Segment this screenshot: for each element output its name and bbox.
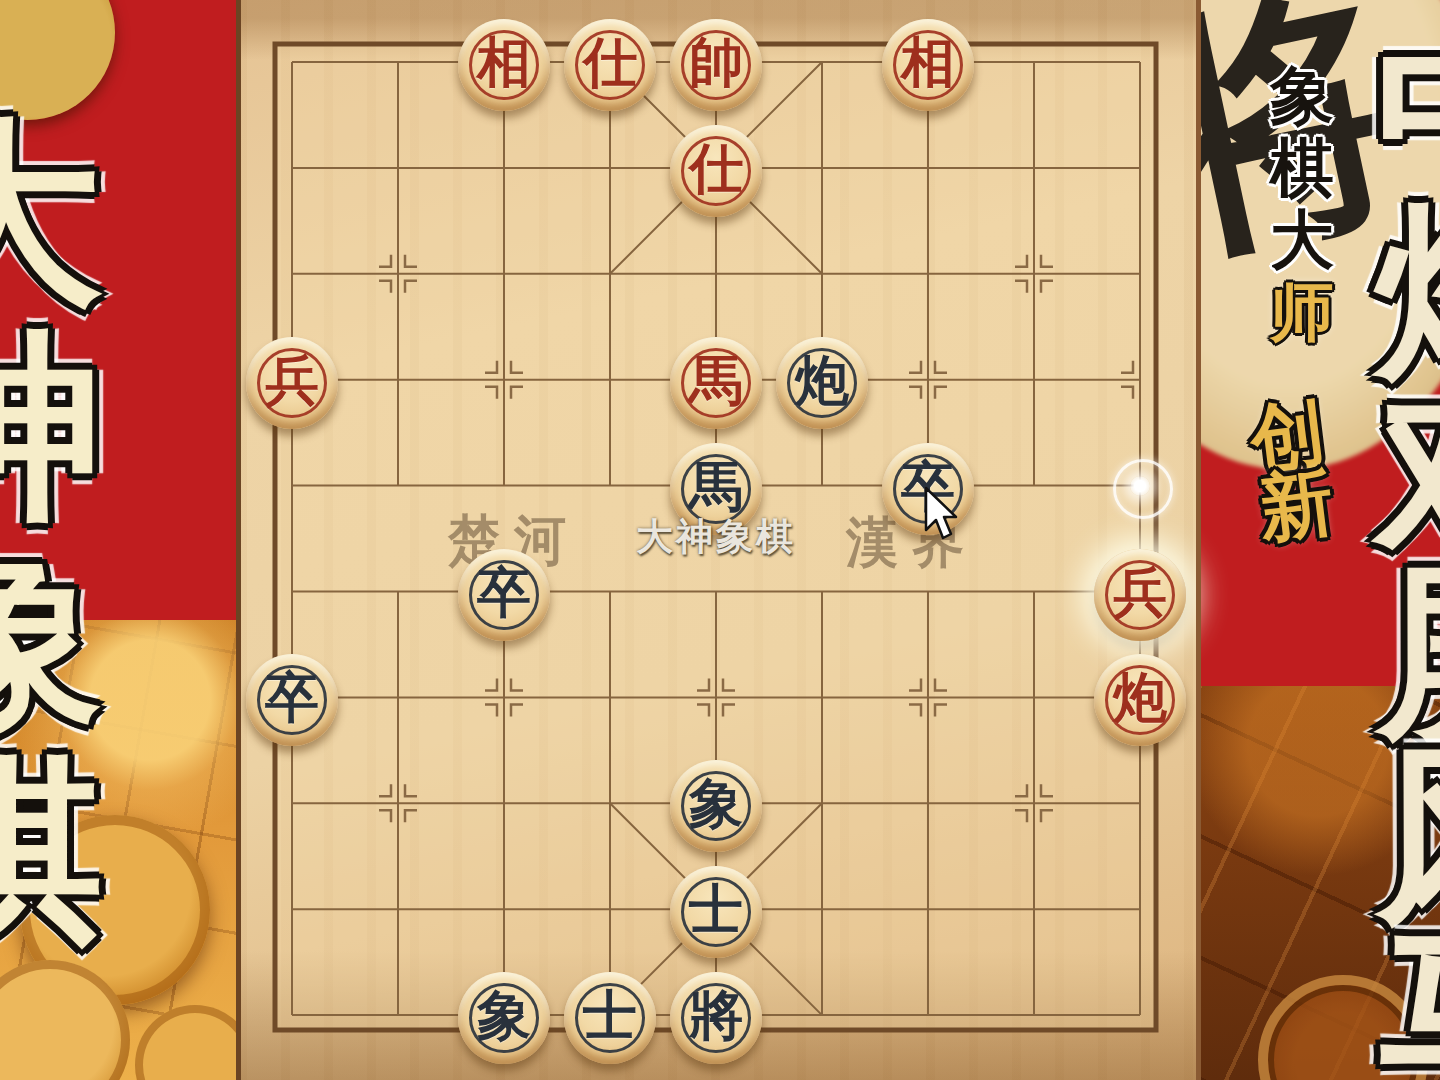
right-promo-panel: 将 象 棋 大 师 创 新 中 炮 对 屏 风 马: [1198, 0, 1440, 1080]
subtitle-char: 大: [1256, 204, 1348, 276]
piece-red-仕[interactable]: 仕: [670, 125, 762, 217]
right-title-char: 对: [1368, 382, 1440, 563]
piece-red-仕[interactable]: 仕: [564, 19, 656, 111]
left-title-char: 大: [0, 108, 108, 320]
piece-red-相[interactable]: 相: [882, 19, 974, 111]
photo-piece-decor: [135, 1005, 238, 1080]
mouse-cursor: [923, 486, 965, 546]
piece-red-兵[interactable]: 兵: [1094, 549, 1186, 641]
right-title-char: 中: [1368, 20, 1440, 201]
piece-black-卒[interactable]: 卒: [246, 654, 338, 746]
right-panel-accent-text: 创 新: [1238, 395, 1346, 545]
left-title-char: 象: [0, 532, 108, 744]
right-title-char: 炮: [1368, 201, 1440, 382]
piece-black-士[interactable]: 士: [670, 866, 762, 958]
panel-divider: [1196, 0, 1201, 1080]
xiangqi-board[interactable]: 楚河 漢界 相仕帥相仕兵馬炮馬卒卒兵卒炮象士象士將 大神象棋: [238, 0, 1198, 1080]
piece-black-卒[interactable]: 卒: [458, 549, 550, 641]
right-panel-subtitle: 象 棋 大 师: [1256, 60, 1348, 348]
piece-black-象[interactable]: 象: [670, 760, 762, 852]
piece-red-相[interactable]: 相: [458, 19, 550, 111]
subtitle-char: 棋: [1256, 132, 1348, 204]
accent-char: 新: [1246, 464, 1346, 545]
right-title-char: 马: [1368, 925, 1440, 1080]
piece-black-象[interactable]: 象: [458, 972, 550, 1064]
xiangqi-app-screen: { "game": "xiangqi (Chinese chess)", "ap…: [0, 0, 1440, 1080]
piece-red-兵[interactable]: 兵: [246, 337, 338, 429]
app-watermark: 大神象棋: [636, 512, 796, 562]
piece-red-馬[interactable]: 馬: [670, 337, 762, 429]
right-title-char: 风: [1368, 744, 1440, 925]
right-title-char: 屏: [1368, 563, 1440, 744]
left-promo-panel: 大 神 象 棋: [0, 0, 238, 1080]
panel-divider: [236, 0, 241, 1080]
left-panel-title: 大 神 象 棋: [0, 108, 108, 956]
left-title-char: 神: [0, 320, 108, 532]
piece-black-士[interactable]: 士: [564, 972, 656, 1064]
subtitle-char: 师: [1256, 276, 1348, 348]
piece-black-炮[interactable]: 炮: [776, 337, 868, 429]
piece-red-帥[interactable]: 帥: [670, 19, 762, 111]
piece-red-炮[interactable]: 炮: [1094, 654, 1186, 746]
subtitle-char: 象: [1256, 60, 1348, 132]
right-panel-title: 中 炮 对 屏 风 马: [1368, 20, 1440, 1080]
piece-black-將[interactable]: 將: [670, 972, 762, 1064]
left-title-char: 棋: [0, 744, 108, 956]
